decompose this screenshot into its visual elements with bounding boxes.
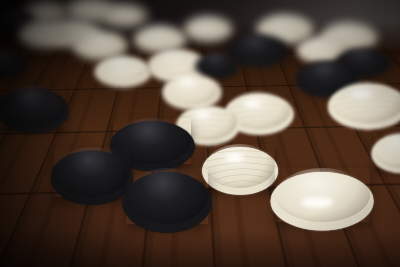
white-stone: ● — [97, 54, 149, 82]
white-stone: ● — [331, 81, 400, 123]
black-stone: ● — [0, 85, 66, 127]
stones-layer: ●●●●●●●●●●●●●●●●●●●●●●●●●●●●●● — [0, 0, 400, 267]
white-stone: ● — [21, 19, 69, 43]
go-photo-scene: ●●●●●●●●●●●●●●●●●●●●●●●●●●●●●● — [0, 0, 400, 267]
white-stone: ● — [275, 168, 370, 222]
black-stone: ● — [126, 168, 208, 224]
